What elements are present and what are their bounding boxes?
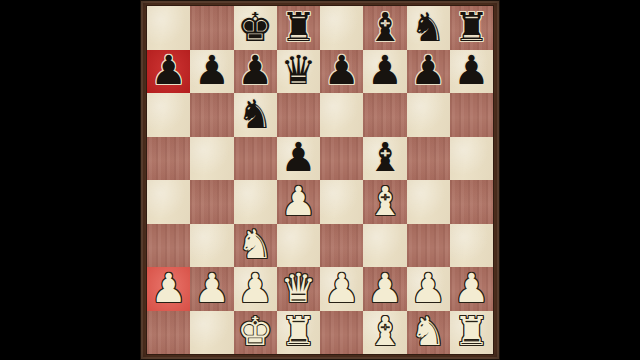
square-b5[interactable] [190, 137, 233, 181]
white-pawn-icon: ♟ [151, 268, 187, 308]
square-g6[interactable] [407, 93, 450, 137]
square-e5[interactable] [320, 137, 363, 181]
black-pawn-icon: ♟ [194, 50, 230, 90]
square-a4[interactable] [147, 180, 190, 224]
square-d6[interactable] [277, 93, 320, 137]
white-pawn-icon: ♟ [324, 268, 360, 308]
square-f6[interactable] [363, 93, 406, 137]
black-pawn-icon: ♟ [367, 50, 403, 90]
square-e4[interactable] [320, 180, 363, 224]
white-knight-icon: ♞ [237, 224, 273, 264]
square-c3[interactable]: ♞ [234, 224, 277, 268]
square-h6[interactable] [450, 93, 493, 137]
square-g7[interactable]: ♟ [407, 50, 450, 94]
square-f2[interactable]: ♟ [363, 267, 406, 311]
square-c2[interactable]: ♟ [234, 267, 277, 311]
white-bishop-icon: ♝ [367, 311, 403, 351]
white-pawn-icon: ♟ [410, 268, 446, 308]
square-e2[interactable]: ♟ [320, 267, 363, 311]
black-king-icon: ♚ [237, 7, 273, 47]
square-b8[interactable] [190, 6, 233, 50]
black-rook-icon: ♜ [453, 7, 489, 47]
square-b6[interactable] [190, 93, 233, 137]
white-pawn-icon: ♟ [280, 181, 316, 221]
black-pawn-icon: ♟ [410, 50, 446, 90]
square-c1[interactable]: ♚ [234, 311, 277, 355]
square-h7[interactable]: ♟ [450, 50, 493, 94]
black-pawn-icon: ♟ [453, 50, 489, 90]
square-a3[interactable] [147, 224, 190, 268]
board-wooden-frame: ♚♜♝♞♜♟♟♟♛♟♟♟♟♞♟♝♟♝♞♟♟♟♛♟♟♟♟♚♜♝♞♜ [140, 0, 500, 360]
black-bishop-icon: ♝ [367, 137, 403, 177]
square-h4[interactable] [450, 180, 493, 224]
white-knight-icon: ♞ [410, 311, 446, 351]
square-e6[interactable] [320, 93, 363, 137]
white-pawn-icon: ♟ [237, 268, 273, 308]
square-f1[interactable]: ♝ [363, 311, 406, 355]
square-b7[interactable]: ♟ [190, 50, 233, 94]
square-b4[interactable] [190, 180, 233, 224]
square-d5[interactable]: ♟ [277, 137, 320, 181]
square-a2[interactable]: ♟ [147, 267, 190, 311]
square-e1[interactable] [320, 311, 363, 355]
square-d3[interactable] [277, 224, 320, 268]
black-knight-icon: ♞ [237, 94, 273, 134]
square-f7[interactable]: ♟ [363, 50, 406, 94]
white-queen-icon: ♛ [280, 268, 316, 308]
white-pawn-icon: ♟ [367, 268, 403, 308]
square-c4[interactable] [234, 180, 277, 224]
square-g2[interactable]: ♟ [407, 267, 450, 311]
white-rook-icon: ♜ [280, 311, 316, 351]
square-f4[interactable]: ♝ [363, 180, 406, 224]
black-bishop-icon: ♝ [367, 7, 403, 47]
black-rook-icon: ♜ [280, 7, 316, 47]
square-b1[interactable] [190, 311, 233, 355]
square-g4[interactable] [407, 180, 450, 224]
square-a6[interactable] [147, 93, 190, 137]
white-pawn-icon: ♟ [453, 268, 489, 308]
square-h1[interactable]: ♜ [450, 311, 493, 355]
square-a1[interactable] [147, 311, 190, 355]
square-c7[interactable]: ♟ [234, 50, 277, 94]
white-king-icon: ♚ [237, 311, 273, 351]
square-c8[interactable]: ♚ [234, 6, 277, 50]
black-pawn-icon: ♟ [151, 50, 187, 90]
square-a5[interactable] [147, 137, 190, 181]
white-bishop-icon: ♝ [367, 181, 403, 221]
square-f3[interactable] [363, 224, 406, 268]
square-f5[interactable]: ♝ [363, 137, 406, 181]
video-frame: ♚♜♝♞♜♟♟♟♛♟♟♟♟♞♟♝♟♝♞♟♟♟♛♟♟♟♟♚♜♝♞♜ [0, 0, 640, 360]
square-a7[interactable]: ♟ [147, 50, 190, 94]
black-queen-icon: ♛ [280, 50, 316, 90]
square-h5[interactable] [450, 137, 493, 181]
black-pawn-icon: ♟ [237, 50, 273, 90]
square-b2[interactable]: ♟ [190, 267, 233, 311]
square-a8[interactable] [147, 6, 190, 50]
square-d2[interactable]: ♛ [277, 267, 320, 311]
chess-board: ♚♜♝♞♜♟♟♟♛♟♟♟♟♞♟♝♟♝♞♟♟♟♛♟♟♟♟♚♜♝♞♜ [147, 6, 493, 354]
square-h2[interactable]: ♟ [450, 267, 493, 311]
square-g5[interactable] [407, 137, 450, 181]
square-h3[interactable] [450, 224, 493, 268]
square-c5[interactable] [234, 137, 277, 181]
square-d1[interactable]: ♜ [277, 311, 320, 355]
black-pawn-icon: ♟ [324, 50, 360, 90]
square-d7[interactable]: ♛ [277, 50, 320, 94]
white-pawn-icon: ♟ [194, 268, 230, 308]
square-g8[interactable]: ♞ [407, 6, 450, 50]
square-f8[interactable]: ♝ [363, 6, 406, 50]
white-rook-icon: ♜ [453, 311, 489, 351]
square-b3[interactable] [190, 224, 233, 268]
square-h8[interactable]: ♜ [450, 6, 493, 50]
black-pawn-icon: ♟ [280, 137, 316, 177]
square-d8[interactable]: ♜ [277, 6, 320, 50]
black-knight-icon: ♞ [410, 7, 446, 47]
square-e8[interactable] [320, 6, 363, 50]
square-g1[interactable]: ♞ [407, 311, 450, 355]
square-e7[interactable]: ♟ [320, 50, 363, 94]
square-d4[interactable]: ♟ [277, 180, 320, 224]
square-c6[interactable]: ♞ [234, 93, 277, 137]
square-g3[interactable] [407, 224, 450, 268]
square-e3[interactable] [320, 224, 363, 268]
